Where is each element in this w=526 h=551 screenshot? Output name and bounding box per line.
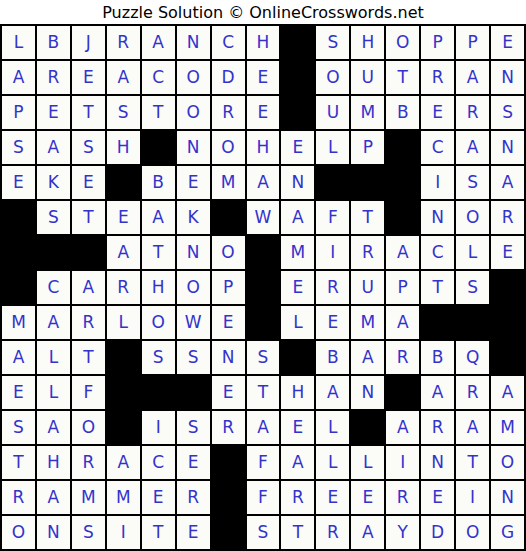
cell-r3c11: M [351,96,384,129]
cell-r5c15: A [491,166,524,199]
cell-r8c6: O [177,271,210,304]
block-r15c7 [212,516,245,549]
cell-r13c15: O [491,446,524,479]
cell-r13c10: L [316,446,349,479]
block-r14c7 [212,481,245,514]
cell-r5c8: A [247,166,280,199]
block-r8c15 [491,271,524,304]
cell-r3c2: E [37,96,70,129]
cell-r5c5: B [142,166,175,199]
cell-r10c3: T [72,341,105,374]
cell-r14c3: M [72,481,105,514]
cell-r7c12: A [386,236,419,269]
cell-r15c4: I [107,516,140,549]
cell-r14c13: E [421,481,454,514]
cell-r4c3: S [72,131,105,164]
cell-r4c13: C [421,131,454,164]
cell-r12c12: A [386,411,419,444]
block-r3c9 [281,96,314,129]
block-r5c10 [316,166,349,199]
cell-r3c3: T [72,96,105,129]
block-r9c13 [421,306,454,339]
cell-r2c11: U [351,61,384,94]
cell-r5c9: N [281,166,314,199]
cell-r2c2: R [37,61,70,94]
cell-r13c1: T [2,446,35,479]
block-r4c12 [386,131,419,164]
block-r7c3 [72,236,105,269]
cell-r13c4: A [107,446,140,479]
cell-r7c6: N [177,236,210,269]
cell-r10c12: R [386,341,419,374]
cell-r9c4: L [107,306,140,339]
cell-r8c10: R [316,271,349,304]
cell-r10c6: S [177,341,210,374]
cell-r3c6: O [177,96,210,129]
block-r12c4 [107,411,140,444]
block-r8c1 [2,271,35,304]
cell-r6c11: T [351,201,384,234]
cell-r12c1: S [2,411,35,444]
cell-r6c14: O [456,201,489,234]
block-r10c15 [491,341,524,374]
cell-r6c3: T [72,201,105,234]
cell-r3c4: S [107,96,140,129]
cell-r1c5: A [142,26,175,59]
cell-r2c4: A [107,61,140,94]
cell-r11c11: N [351,376,384,409]
block-r1c9 [281,26,314,59]
cell-r3c5: T [142,96,175,129]
block-r8c8 [247,271,280,304]
cell-r12c8: A [247,411,280,444]
cell-r6c6: K [177,201,210,234]
cell-r4c8: H [247,131,280,164]
cell-r15c11: A [351,516,384,549]
cell-r8c4: R [107,271,140,304]
cell-r13c12: I [386,446,419,479]
cell-r3c8: E [247,96,280,129]
cell-r10c7: N [212,341,245,374]
cell-r15c2: N [37,516,70,549]
cell-r13c13: N [421,446,454,479]
cell-r3c12: B [386,96,419,129]
cell-r7c11: R [351,236,384,269]
block-r4c5 [142,131,175,164]
cell-r11c3: F [72,376,105,409]
cell-r2c3: E [72,61,105,94]
cell-r6c2: S [37,201,70,234]
block-r9c14 [456,306,489,339]
cell-r14c5: E [142,481,175,514]
block-r7c1 [2,236,35,269]
cell-r9c12: A [386,306,419,339]
cell-r12c10: L [316,411,349,444]
cell-r13c6: E [177,446,210,479]
cell-r10c10: B [316,341,349,374]
block-r9c15 [491,306,524,339]
cell-r1c12: O [386,26,419,59]
cell-r5c13: I [421,166,454,199]
cell-r11c9: H [281,376,314,409]
cell-r12c3: O [72,411,105,444]
cell-r6c9: A [281,201,314,234]
cell-r1c6: N [177,26,210,59]
cell-r14c6: R [177,481,210,514]
cell-r12c14: A [456,411,489,444]
block-r10c4 [107,341,140,374]
cell-r10c8: S [247,341,280,374]
cell-r12c2: A [37,411,70,444]
cell-r9c9: L [281,306,314,339]
cell-r14c12: R [386,481,419,514]
cell-r2c7: D [212,61,245,94]
cell-r4c10: L [316,131,349,164]
cell-r11c14: R [456,376,489,409]
cell-r12c5: I [142,411,175,444]
cell-r9c7: E [212,306,245,339]
cell-r13c8: F [247,446,280,479]
cell-r3c14: R [456,96,489,129]
cell-r13c3: R [72,446,105,479]
cell-r15c5: T [142,516,175,549]
cell-r6c15: R [491,201,524,234]
cell-r9c5: O [142,306,175,339]
cell-r1c1: L [2,26,35,59]
cell-r6c8: W [247,201,280,234]
cell-r15c12: Y [386,516,419,549]
cell-r6c5: A [142,201,175,234]
cell-r11c1: E [2,376,35,409]
cell-r1c10: S [316,26,349,59]
cell-r14c8: F [247,481,280,514]
block-r11c4 [107,376,140,409]
cell-r1c8: H [247,26,280,59]
cell-r1c15: E [491,26,524,59]
crossword-grid: LBJRANCHSHOPPEAREACODEOUTRANPETSTOREUMBE… [0,24,526,551]
block-r2c9 [281,61,314,94]
cell-r8c14: S [456,271,489,304]
cell-r1c3: J [72,26,105,59]
cell-r8c7: P [212,271,245,304]
cell-r4c15: N [491,131,524,164]
cell-r9c1: M [2,306,35,339]
cell-r14c9: R [281,481,314,514]
cell-r4c2: A [37,131,70,164]
cell-r7c5: T [142,236,175,269]
cell-r9c10: E [316,306,349,339]
cell-r13c11: L [351,446,384,479]
cell-r4c7: O [212,131,245,164]
cell-r1c13: P [421,26,454,59]
cell-r5c2: K [37,166,70,199]
page-title: Puzzle Solution © OnlineCrosswords.net [0,0,526,24]
cell-r6c10: F [316,201,349,234]
cell-r12c6: S [177,411,210,444]
cell-r1c4: R [107,26,140,59]
cell-r9c2: A [37,306,70,339]
cell-r9c6: W [177,306,210,339]
cell-r13c2: H [37,446,70,479]
cell-r8c11: U [351,271,384,304]
cell-r8c13: T [421,271,454,304]
cell-r14c4: M [107,481,140,514]
cell-r5c6: E [177,166,210,199]
cell-r13c14: T [456,446,489,479]
cell-r6c4: E [107,201,140,234]
cell-r15c8: S [247,516,280,549]
cell-r9c11: M [351,306,384,339]
cell-r15c1: O [2,516,35,549]
cell-r11c13: A [421,376,454,409]
cell-r5c7: M [212,166,245,199]
cell-r2c15: N [491,61,524,94]
cell-r3c10: U [316,96,349,129]
cell-r2c14: A [456,61,489,94]
cell-r4c14: A [456,131,489,164]
cell-r14c1: R [2,481,35,514]
cell-r5c1: E [2,166,35,199]
cell-r4c11: P [351,131,384,164]
cell-r7c7: O [212,236,245,269]
cell-r7c13: C [421,236,454,269]
cell-r7c9: M [281,236,314,269]
cell-r10c13: B [421,341,454,374]
cell-r12c13: R [421,411,454,444]
cell-r5c14: S [456,166,489,199]
cell-r12c9: E [281,411,314,444]
cell-r10c5: S [142,341,175,374]
cell-r14c14: I [456,481,489,514]
cell-r14c11: E [351,481,384,514]
block-r5c4 [107,166,140,199]
cell-r10c1: A [2,341,35,374]
cell-r2c12: T [386,61,419,94]
cell-r14c10: E [316,481,349,514]
cell-r7c15: E [491,236,524,269]
cell-r5c3: E [72,166,105,199]
cell-r15c13: D [421,516,454,549]
block-r13c7 [212,446,245,479]
cell-r12c15: M [491,411,524,444]
block-r6c1 [2,201,35,234]
cell-r3c15: S [491,96,524,129]
block-r11c12 [386,376,419,409]
cell-r7c14: L [456,236,489,269]
cell-r10c11: A [351,341,384,374]
block-r6c12 [386,201,419,234]
cell-r8c3: A [72,271,105,304]
cell-r15c9: T [281,516,314,549]
block-r7c8 [247,236,280,269]
cell-r15c6: E [177,516,210,549]
block-r7c2 [37,236,70,269]
cell-r10c14: Q [456,341,489,374]
block-r10c9 [281,341,314,374]
cell-r3c1: P [2,96,35,129]
cell-r11c2: L [37,376,70,409]
cell-r8c5: H [142,271,175,304]
block-r5c12 [386,166,419,199]
cell-r8c12: P [386,271,419,304]
cell-r2c13: R [421,61,454,94]
cell-r4c4: H [107,131,140,164]
cell-r1c11: H [351,26,384,59]
block-r11c5 [142,376,175,409]
block-r6c7 [212,201,245,234]
cell-r15c15: G [491,516,524,549]
cell-r15c3: S [72,516,105,549]
block-r11c6 [177,376,210,409]
cell-r2c5: C [142,61,175,94]
cell-r11c8: T [247,376,280,409]
cell-r11c10: A [316,376,349,409]
block-r9c8 [247,306,280,339]
cell-r1c2: B [37,26,70,59]
cell-r14c2: A [37,481,70,514]
cell-r9c3: R [72,306,105,339]
cell-r11c7: E [212,376,245,409]
cell-r1c14: P [456,26,489,59]
cell-r6c13: N [421,201,454,234]
cell-r7c4: A [107,236,140,269]
cell-r4c1: S [2,131,35,164]
cell-r13c5: C [142,446,175,479]
cell-r7c10: I [316,236,349,269]
cell-r4c6: N [177,131,210,164]
cell-r3c13: E [421,96,454,129]
cell-r2c1: A [2,61,35,94]
cell-r2c8: E [247,61,280,94]
cell-r8c2: C [37,271,70,304]
cell-r15c14: O [456,516,489,549]
cell-r8c9: E [281,271,314,304]
cell-r12c7: R [212,411,245,444]
block-r12c11 [351,411,384,444]
cell-r4c9: E [281,131,314,164]
cell-r13c9: A [281,446,314,479]
cell-r2c10: O [316,61,349,94]
cell-r14c15: N [491,481,524,514]
cell-r10c2: L [37,341,70,374]
block-r5c11 [351,166,384,199]
cell-r11c15: A [491,376,524,409]
cell-r15c10: R [316,516,349,549]
cell-r2c6: O [177,61,210,94]
cell-r3c7: R [212,96,245,129]
cell-r1c7: C [212,26,245,59]
